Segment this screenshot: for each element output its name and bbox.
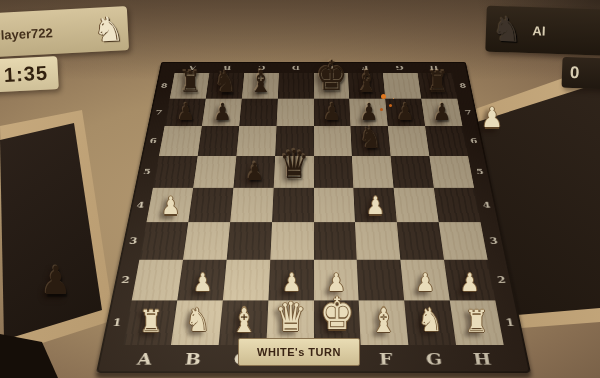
square-b6[interactable] bbox=[198, 126, 239, 156]
coord-label-G: G bbox=[395, 64, 404, 70]
square-g6[interactable] bbox=[388, 126, 429, 156]
coord-label-5: 5 bbox=[475, 167, 484, 175]
piece-black-pawn-c5[interactable]: ♟ bbox=[246, 160, 265, 184]
square-b4[interactable] bbox=[188, 188, 233, 223]
square-c3[interactable] bbox=[226, 222, 271, 259]
piece-black-pawn-e7[interactable]: ♟ bbox=[323, 100, 341, 124]
square-f2[interactable] bbox=[357, 260, 404, 301]
piece-black-pawn-g7[interactable]: ♟ bbox=[396, 100, 414, 124]
piece-black-pawn-b7[interactable]: ♟ bbox=[213, 100, 231, 124]
square-h6[interactable] bbox=[425, 126, 468, 156]
turn-indicator: WHITE's TURN bbox=[238, 338, 360, 366]
coord-label-1: 1 bbox=[112, 316, 123, 328]
square-e4[interactable] bbox=[314, 188, 356, 223]
coord-label-3: 3 bbox=[489, 236, 499, 246]
coord-label-6: 6 bbox=[469, 137, 478, 145]
square-g4[interactable] bbox=[394, 188, 439, 223]
square-d3[interactable] bbox=[270, 222, 314, 259]
square-d7[interactable] bbox=[276, 99, 313, 127]
square-f3[interactable] bbox=[355, 222, 400, 259]
square-d8[interactable] bbox=[278, 73, 314, 99]
coord-label-7: 7 bbox=[464, 109, 472, 116]
square-h5[interactable] bbox=[429, 156, 474, 188]
piece-black-pawn-h7[interactable]: ♟ bbox=[433, 100, 451, 124]
captured-white-pawn: ♟ bbox=[481, 104, 503, 132]
coord-label-2: 2 bbox=[496, 274, 506, 285]
square-f5[interactable] bbox=[352, 156, 394, 188]
square-e5[interactable] bbox=[314, 156, 354, 188]
coord-label-3: 3 bbox=[128, 236, 138, 246]
piece-white-pawn-g2[interactable]: ♟ bbox=[416, 270, 435, 295]
piece-white-rook-h1[interactable]: ♜ bbox=[465, 307, 489, 338]
square-d4[interactable] bbox=[272, 188, 314, 223]
turn-indicator-label: WHITE's TURN bbox=[257, 346, 341, 358]
black-time: 0 bbox=[562, 62, 580, 83]
coord-label-4: 4 bbox=[482, 200, 491, 209]
square-a2[interactable] bbox=[132, 260, 183, 301]
piece-black-bishop-c8[interactable]: ♝ bbox=[249, 66, 273, 97]
piece-black-rook-h8[interactable]: ♜ bbox=[427, 69, 449, 97]
piece-white-queen-d1[interactable]: ♛ bbox=[275, 297, 306, 337]
captured-black-pawn: ♟ bbox=[41, 261, 71, 300]
coord-label-5: 5 bbox=[143, 167, 152, 175]
coord-label-B: B bbox=[184, 350, 202, 368]
white-player-name: Player722 bbox=[0, 23, 90, 43]
game-scene: ABCDEFGH ABCDEFGH 87654321 87654321 ♜♞♝♚… bbox=[0, 0, 600, 378]
white-knight-icon: ♞ bbox=[93, 11, 125, 47]
black-player-name: AI bbox=[526, 22, 600, 40]
square-b5[interactable] bbox=[193, 156, 236, 188]
coord-label-2: 2 bbox=[120, 274, 130, 285]
piece-white-king-e1[interactable]: ♚ bbox=[320, 293, 355, 337]
piece-black-knight-f6[interactable]: ♞ bbox=[359, 123, 383, 153]
coord-label-D: D bbox=[292, 64, 300, 70]
piece-white-pawn-b2[interactable]: ♟ bbox=[193, 270, 212, 295]
coord-label-F: F bbox=[379, 350, 394, 368]
square-g3[interactable] bbox=[397, 222, 444, 259]
white-player-badge: Player722 ♞ bbox=[0, 6, 129, 58]
piece-black-king-e8[interactable]: ♚ bbox=[316, 56, 348, 97]
coord-label-G: G bbox=[425, 350, 443, 368]
coord-label-H: H bbox=[472, 350, 493, 368]
piece-black-bishop-f8[interactable]: ♝ bbox=[355, 66, 379, 97]
black-timer-badge: 0 bbox=[561, 57, 600, 90]
piece-white-bishop-c1[interactable]: ♝ bbox=[231, 304, 257, 337]
square-c4[interactable] bbox=[230, 188, 273, 223]
square-c2[interactable] bbox=[223, 260, 270, 301]
piece-white-pawn-a4[interactable]: ♟ bbox=[161, 194, 180, 218]
piece-white-knight-g1[interactable]: ♞ bbox=[418, 305, 443, 337]
square-g8[interactable] bbox=[383, 73, 421, 99]
piece-white-rook-a1[interactable]: ♜ bbox=[139, 307, 163, 338]
square-a5[interactable] bbox=[153, 156, 198, 188]
square-e3[interactable] bbox=[314, 222, 358, 259]
piece-black-rook-a8[interactable]: ♜ bbox=[179, 69, 201, 97]
piece-black-pawn-a7[interactable]: ♟ bbox=[177, 100, 195, 124]
coord-label-6: 6 bbox=[149, 137, 158, 145]
move-sparkle-effect bbox=[381, 94, 386, 99]
piece-white-pawn-f4[interactable]: ♟ bbox=[366, 194, 385, 218]
square-h4[interactable] bbox=[434, 188, 481, 223]
coord-label-A: A bbox=[136, 350, 154, 368]
black-player-badge: ♞ AI bbox=[485, 6, 600, 57]
piece-white-knight-b1[interactable]: ♞ bbox=[185, 305, 210, 337]
coord-label-8: 8 bbox=[459, 82, 467, 89]
coord-label-1: 1 bbox=[504, 316, 515, 328]
square-h3[interactable] bbox=[439, 222, 488, 259]
piece-white-pawn-h2[interactable]: ♟ bbox=[460, 270, 479, 295]
square-c6[interactable] bbox=[236, 126, 276, 156]
square-c7[interactable] bbox=[239, 99, 278, 127]
piece-white-bishop-f1[interactable]: ♝ bbox=[371, 304, 397, 337]
square-e6[interactable] bbox=[314, 126, 353, 156]
square-a6[interactable] bbox=[159, 126, 202, 156]
coord-label-4: 4 bbox=[136, 200, 145, 209]
piece-white-pawn-d2[interactable]: ♟ bbox=[282, 270, 301, 295]
square-g5[interactable] bbox=[391, 156, 434, 188]
square-a3[interactable] bbox=[139, 222, 188, 259]
white-timer-badge: 1:35 bbox=[0, 56, 59, 93]
black-knight-icon: ♞ bbox=[491, 12, 523, 47]
piece-black-queen-d5[interactable]: ♛ bbox=[279, 146, 309, 185]
coord-label-7: 7 bbox=[155, 109, 163, 116]
coord-label-8: 8 bbox=[160, 82, 168, 89]
piece-black-knight-b8[interactable]: ♞ bbox=[214, 67, 237, 97]
square-b3[interactable] bbox=[183, 222, 230, 259]
white-time: 1:35 bbox=[0, 62, 49, 88]
